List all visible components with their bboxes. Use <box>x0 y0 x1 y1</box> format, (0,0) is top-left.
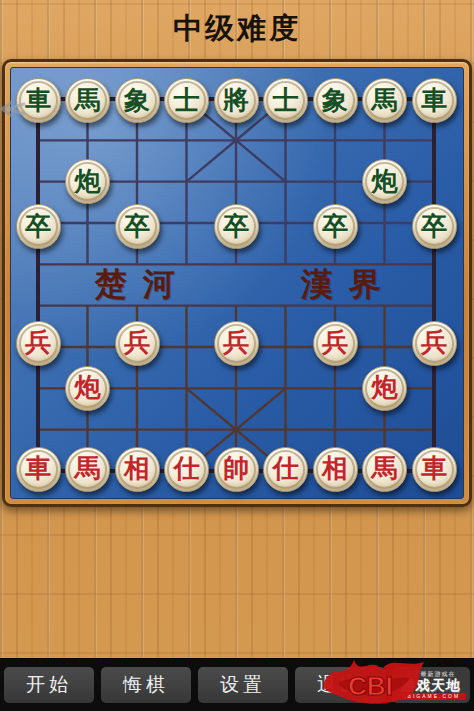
piece-black-horse[interactable]: 馬 <box>65 78 110 123</box>
board-field: 楚河 漢界 車馬象士將士象馬車炮炮卒卒卒卒卒兵兵兵兵兵炮炮車馬相仕帥仕相馬車 <box>10 67 464 499</box>
piece-character: 卒 <box>421 213 447 239</box>
piece-red-cannon[interactable]: 炮 <box>65 366 110 411</box>
piece-red-soldier[interactable]: 兵 <box>115 321 160 366</box>
piece-black-advisor[interactable]: 士 <box>263 78 308 123</box>
piece-character: 炮 <box>75 374 101 400</box>
piece-black-soldier[interactable]: 卒 <box>214 204 259 249</box>
piece-character: 車 <box>25 455 51 481</box>
bottom-toolbar: 开始 悔棋 设置 退出 天下最新游戏在 游戏天地 CBIGAME.COM <box>0 658 474 711</box>
piece-black-chariot[interactable]: 車 <box>412 78 457 123</box>
piece-character: 兵 <box>124 329 150 355</box>
piece-red-chariot[interactable]: 車 <box>412 447 457 492</box>
piece-red-general[interactable]: 帥 <box>214 447 259 492</box>
piece-red-chariot[interactable]: 車 <box>16 447 61 492</box>
piece-red-advisor[interactable]: 仕 <box>164 447 209 492</box>
piece-character: 將 <box>223 87 249 113</box>
pieces-layer: 車馬象士將士象馬車炮炮卒卒卒卒卒兵兵兵兵兵炮炮車馬相仕帥仕相馬車 <box>13 78 459 491</box>
piece-character: 相 <box>124 455 150 481</box>
piece-character: 炮 <box>372 168 398 194</box>
watermark-domain: CBIGAME.COM <box>396 693 466 700</box>
piece-character: 兵 <box>322 329 348 355</box>
piece-character: 仕 <box>273 455 299 481</box>
piece-character: 兵 <box>223 329 249 355</box>
game-screen: 中级难度 楚河 漢界 車馬象士將士象馬車炮炮卒卒卒卒卒兵兵兵兵兵炮炮車馬相仕帥仕… <box>0 0 474 711</box>
start-button[interactable]: 开始 <box>4 667 94 703</box>
piece-character: 馬 <box>75 87 101 113</box>
piece-character: 兵 <box>421 329 447 355</box>
piece-red-soldier[interactable]: 兵 <box>412 321 457 366</box>
piece-character: 馬 <box>372 455 398 481</box>
piece-black-general[interactable]: 將 <box>214 78 259 123</box>
exit-button[interactable]: 退出 <box>295 667 385 703</box>
piece-red-cannon[interactable]: 炮 <box>362 366 407 411</box>
piece-black-horse[interactable]: 馬 <box>362 78 407 123</box>
piece-character: 卒 <box>223 213 249 239</box>
piece-character: 相 <box>322 455 348 481</box>
piece-black-elephant[interactable]: 象 <box>313 78 358 123</box>
piece-character: 卒 <box>25 213 51 239</box>
piece-red-advisor[interactable]: 仕 <box>263 447 308 492</box>
watermark-badge: 天下最新游戏在 游戏天地 CBIGAME.COM <box>392 667 470 703</box>
piece-black-elephant[interactable]: 象 <box>115 78 160 123</box>
piece-character: 車 <box>421 87 447 113</box>
piece-black-cannon[interactable]: 炮 <box>65 159 110 204</box>
piece-character: 馬 <box>372 87 398 113</box>
xiangqi-board: 楚河 漢界 車馬象士將士象馬車炮炮卒卒卒卒卒兵兵兵兵兵炮炮車馬相仕帥仕相馬車 <box>2 59 472 507</box>
piece-character: 炮 <box>372 374 398 400</box>
piece-character: 象 <box>124 87 150 113</box>
piece-black-chariot[interactable]: 車 <box>16 78 61 123</box>
piece-character: 車 <box>25 87 51 113</box>
piece-character: 士 <box>174 87 200 113</box>
piece-character: 卒 <box>124 213 150 239</box>
piece-character: 車 <box>421 455 447 481</box>
watermark-main-text: 游戏天地 <box>400 678 461 692</box>
piece-character: 卒 <box>322 213 348 239</box>
piece-red-elephant[interactable]: 相 <box>115 447 160 492</box>
piece-red-horse[interactable]: 馬 <box>362 447 407 492</box>
piece-red-soldier[interactable]: 兵 <box>214 321 259 366</box>
piece-character: 帥 <box>223 455 249 481</box>
piece-red-soldier[interactable]: 兵 <box>16 321 61 366</box>
piece-red-horse[interactable]: 馬 <box>65 447 110 492</box>
piece-black-soldier[interactable]: 卒 <box>16 204 61 249</box>
undo-button[interactable]: 悔棋 <box>101 667 191 703</box>
piece-character: 象 <box>322 87 348 113</box>
piece-red-soldier[interactable]: 兵 <box>313 321 358 366</box>
settings-button[interactable]: 设置 <box>198 667 288 703</box>
title-bar: 中级难度 <box>0 0 474 58</box>
piece-character: 馬 <box>75 455 101 481</box>
watermark-small-text: 天下最新游戏在 <box>407 671 456 677</box>
piece-character: 兵 <box>25 329 51 355</box>
piece-black-soldier[interactable]: 卒 <box>115 204 160 249</box>
piece-character: 炮 <box>75 168 101 194</box>
piece-red-elephant[interactable]: 相 <box>313 447 358 492</box>
piece-black-soldier[interactable]: 卒 <box>412 204 457 249</box>
piece-character: 士 <box>273 87 299 113</box>
piece-black-cannon[interactable]: 炮 <box>362 159 407 204</box>
difficulty-title: 中级难度 <box>173 9 301 49</box>
piece-character: 仕 <box>174 455 200 481</box>
piece-black-advisor[interactable]: 士 <box>164 78 209 123</box>
piece-black-soldier[interactable]: 卒 <box>313 204 358 249</box>
